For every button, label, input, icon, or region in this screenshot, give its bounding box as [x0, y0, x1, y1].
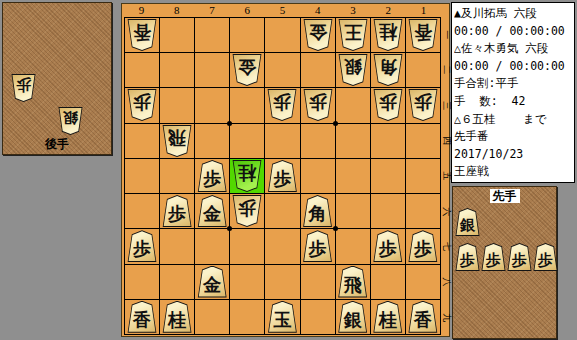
shogi-board: 987654321 香金王桂香金銀角歩歩歩歩歩飛歩桂歩歩金歩角歩歩歩歩金飛香桂玉…	[121, 3, 450, 337]
square-3-1[interactable]: 王	[336, 18, 371, 53]
square-8-2[interactable]	[160, 53, 195, 88]
square-4-3[interactable]: 歩	[301, 88, 336, 123]
square-7-1[interactable]	[195, 18, 230, 53]
info-line-6: 手 数: 42	[454, 93, 573, 111]
square-8-9[interactable]: 桂	[160, 300, 195, 335]
square-4-9[interactable]	[301, 300, 336, 335]
piece-glyph: 歩	[267, 93, 297, 111]
square-4-4[interactable]	[301, 124, 336, 159]
piece-glyph: 金	[303, 23, 333, 41]
square-5-2[interactable]	[265, 53, 300, 88]
file-label-5: 5	[265, 4, 300, 17]
square-2-8[interactable]	[371, 265, 406, 300]
star-point	[227, 121, 232, 126]
square-6-9[interactable]	[230, 300, 265, 335]
gote-piece-銀[interactable]: 銀	[338, 54, 368, 86]
square-6-5[interactable]: 桂	[230, 159, 265, 194]
sente-piece-歩[interactable]: 歩	[481, 243, 506, 271]
sente-piece-金[interactable]: 金	[197, 266, 227, 298]
square-7-8[interactable]: 金	[195, 265, 230, 300]
piece-glyph: 歩	[455, 252, 480, 267]
sente-piece-歩[interactable]: 歩	[127, 230, 157, 262]
info-line-9: 2017/10/23	[454, 146, 573, 164]
square-7-4[interactable]	[195, 124, 230, 159]
piece-glyph: 歩	[507, 252, 532, 267]
square-8-1[interactable]	[160, 18, 195, 53]
square-5-5[interactable]: 歩	[265, 159, 300, 194]
info-line-7: △６五桂 まで	[454, 111, 573, 129]
piece-glyph: 歩	[267, 170, 297, 188]
square-7-6[interactable]: 金	[195, 194, 230, 229]
piece-glyph: 玉	[267, 311, 297, 329]
square-7-5[interactable]: 歩	[195, 159, 230, 194]
sente-piece-歩[interactable]: 歩	[373, 230, 403, 262]
info-line-10: 王座戦	[454, 163, 573, 181]
square-6-3[interactable]	[230, 88, 265, 123]
piece-glyph: 歩	[481, 252, 506, 267]
square-8-8[interactable]	[160, 265, 195, 300]
square-7-7[interactable]	[195, 229, 230, 264]
piece-glyph: 銀	[338, 311, 368, 329]
square-7-9[interactable]	[195, 300, 230, 335]
sente-piece-桂[interactable]: 桂	[162, 301, 192, 333]
square-9-5[interactable]	[125, 159, 160, 194]
square-5-6[interactable]	[265, 194, 300, 229]
sente-piece-金[interactable]: 金	[197, 195, 227, 227]
square-3-5[interactable]	[336, 159, 371, 194]
square-4-6[interactable]: 角	[301, 194, 336, 229]
sente-piece-歩[interactable]: 歩	[162, 195, 192, 227]
star-point	[333, 121, 338, 126]
square-6-1[interactable]	[230, 18, 265, 53]
square-5-1[interactable]	[265, 18, 300, 53]
gote-piece-歩[interactable]: 歩	[303, 89, 333, 121]
square-8-6[interactable]: 歩	[160, 194, 195, 229]
square-7-3[interactable]	[195, 88, 230, 123]
gote-piece-歩[interactable]: 歩	[267, 89, 297, 121]
star-point	[333, 226, 338, 231]
info-line-1: ▲及川拓馬 六段	[454, 5, 573, 23]
piece-glyph: 香	[127, 311, 157, 329]
square-5-3[interactable]: 歩	[265, 88, 300, 123]
square-3-4[interactable]	[336, 124, 371, 159]
square-9-1[interactable]: 香	[125, 18, 160, 53]
square-3-2[interactable]: 銀	[336, 53, 371, 88]
square-9-8[interactable]	[125, 265, 160, 300]
square-8-4[interactable]: 飛	[160, 124, 195, 159]
square-9-3[interactable]: 歩	[125, 88, 160, 123]
sente-piece-香[interactable]: 香	[127, 301, 157, 333]
piece-glyph: 銀	[58, 111, 83, 126]
piece-glyph: 飛	[338, 276, 368, 294]
sente-piece-銀[interactable]: 銀	[338, 301, 368, 333]
gote-piece-金[interactable]: 金	[232, 54, 262, 86]
square-2-7[interactable]: 歩	[371, 229, 406, 264]
piece-glyph: 銀	[338, 58, 368, 76]
square-3-9[interactable]: 銀	[336, 300, 371, 335]
gote-piece-香[interactable]: 香	[127, 19, 157, 51]
square-3-8[interactable]: 飛	[336, 265, 371, 300]
piece-glyph: 飛	[162, 129, 192, 147]
square-2-1[interactable]: 桂	[371, 18, 406, 53]
piece-glyph: 桂	[162, 311, 192, 329]
gote-piece-歩[interactable]: 歩	[127, 89, 157, 121]
square-3-3[interactable]	[336, 88, 371, 123]
square-5-8[interactable]	[265, 265, 300, 300]
file-label-4: 4	[300, 4, 335, 17]
square-3-6[interactable]	[336, 194, 371, 229]
piece-glyph: 歩	[303, 240, 333, 258]
gote-piece-銀[interactable]: 銀	[58, 107, 83, 135]
square-9-7[interactable]: 歩	[125, 229, 160, 264]
sente-piece-飛[interactable]: 飛	[338, 266, 368, 298]
file-label-7: 7	[194, 4, 229, 17]
file-label-2: 2	[371, 4, 406, 17]
gote-piece-歩[interactable]: 歩	[232, 195, 262, 227]
square-9-4[interactable]	[125, 124, 160, 159]
gote-piece-金[interactable]: 金	[303, 19, 333, 51]
piece-glyph: 歩	[162, 205, 192, 223]
square-9-2[interactable]	[125, 53, 160, 88]
piece-glyph: 歩	[197, 170, 227, 188]
square-4-5[interactable]	[301, 159, 336, 194]
sente-piece-角[interactable]: 角	[303, 195, 333, 227]
rank-labels: 一二三四五六七八九	[442, 17, 450, 335]
square-8-5[interactable]	[160, 159, 195, 194]
piece-glyph: 歩	[373, 240, 403, 258]
piece-glyph: 桂	[373, 23, 403, 41]
square-4-1[interactable]: 金	[301, 18, 336, 53]
file-label-6: 6	[230, 4, 265, 17]
info-line-4: 00:00 / 00:00:00	[454, 58, 573, 76]
piece-glyph: 歩	[303, 93, 333, 111]
sente-piece-銀[interactable]: 銀	[455, 208, 480, 236]
square-5-9[interactable]: 玉	[265, 300, 300, 335]
piece-glyph: 銀	[455, 217, 480, 232]
sente-piece-歩[interactable]: 歩	[533, 243, 558, 271]
sente-hand-tray: 先手 銀歩歩歩歩	[452, 186, 557, 339]
game-info-panel: ▲及川拓馬 六段00:00 / 00:00:00△佐々木勇気 六段00:00 /…	[451, 2, 575, 183]
file-label-3: 3	[335, 4, 370, 17]
square-6-4[interactable]	[230, 124, 265, 159]
piece-glyph: 王	[338, 23, 368, 41]
piece-glyph: 金	[232, 58, 262, 76]
piece-glyph: 金	[197, 276, 227, 294]
piece-glyph: 桂	[232, 164, 262, 182]
star-point	[227, 226, 232, 231]
piece-glyph: 歩	[533, 252, 558, 267]
square-4-8[interactable]	[301, 265, 336, 300]
piece-glyph: 金	[197, 205, 227, 223]
square-9-9[interactable]: 香	[125, 300, 160, 335]
sente-piece-歩[interactable]: 歩	[267, 160, 297, 192]
square-3-7[interactable]	[336, 229, 371, 264]
square-2-5[interactable]	[371, 159, 406, 194]
gote-hand-tray: 後手 歩銀	[2, 2, 112, 155]
info-line-3: △佐々木勇気 六段	[454, 40, 573, 58]
sente-piece-歩[interactable]: 歩	[507, 243, 532, 271]
square-2-2[interactable]: 角	[371, 53, 406, 88]
file-label-1: 1	[406, 4, 441, 17]
sente-piece-玉[interactable]: 玉	[267, 301, 297, 333]
square-2-3[interactable]: 歩	[371, 88, 406, 123]
square-5-4[interactable]	[265, 124, 300, 159]
piece-glyph: 歩	[127, 240, 157, 258]
gote-tray-label: 後手	[3, 138, 111, 151]
square-7-2[interactable]	[195, 53, 230, 88]
square-6-2[interactable]: 金	[230, 53, 265, 88]
piece-glyph: 角	[373, 58, 403, 76]
piece-glyph: 歩	[11, 78, 36, 93]
piece-glyph: 香	[127, 23, 157, 41]
file-label-9: 9	[124, 4, 159, 17]
square-2-4[interactable]	[371, 124, 406, 159]
file-labels: 987654321	[124, 4, 441, 17]
piece-glyph: 歩	[373, 93, 403, 111]
gote-piece-王[interactable]: 王	[338, 19, 368, 51]
sente-tray-label: 先手	[453, 190, 556, 203]
sente-piece-歩[interactable]: 歩	[197, 160, 227, 192]
sente-piece-桂[interactable]: 桂	[373, 301, 403, 333]
square-5-7[interactable]	[265, 229, 300, 264]
piece-glyph: 角	[303, 205, 333, 223]
square-4-2[interactable]	[301, 53, 336, 88]
gote-piece-飛[interactable]: 飛	[162, 125, 192, 157]
square-4-7[interactable]: 歩	[301, 229, 336, 264]
square-2-9[interactable]: 桂	[371, 300, 406, 335]
square-6-8[interactable]	[230, 265, 265, 300]
piece-glyph: 桂	[373, 311, 403, 329]
board-grid: 香金王桂香金銀角歩歩歩歩歩飛歩桂歩歩金歩角歩歩歩歩金飛香桂玉銀桂香	[124, 17, 441, 335]
sente-piece-歩[interactable]: 歩	[303, 230, 333, 262]
square-6-6[interactable]: 歩	[230, 194, 265, 229]
info-line-5: 手合割:平手	[454, 75, 573, 93]
sente-piece-歩[interactable]: 歩	[455, 243, 480, 271]
gote-piece-歩[interactable]: 歩	[11, 74, 36, 102]
piece-glyph: 歩	[232, 199, 262, 217]
piece-glyph: 歩	[127, 93, 157, 111]
square-2-6[interactable]	[371, 194, 406, 229]
info-line-2: 00:00 / 00:00:00	[454, 23, 573, 41]
square-8-7[interactable]	[160, 229, 195, 264]
gote-piece-桂[interactable]: 桂	[373, 19, 403, 51]
square-8-3[interactable]	[160, 88, 195, 123]
gote-piece-歩[interactable]: 歩	[373, 89, 403, 121]
square-9-6[interactable]	[125, 194, 160, 229]
square-6-7[interactable]	[230, 229, 265, 264]
gote-piece-桂[interactable]: 桂	[232, 160, 262, 192]
gote-piece-角[interactable]: 角	[373, 54, 403, 86]
file-label-8: 8	[159, 4, 194, 17]
info-line-8: 先手番	[454, 128, 573, 146]
